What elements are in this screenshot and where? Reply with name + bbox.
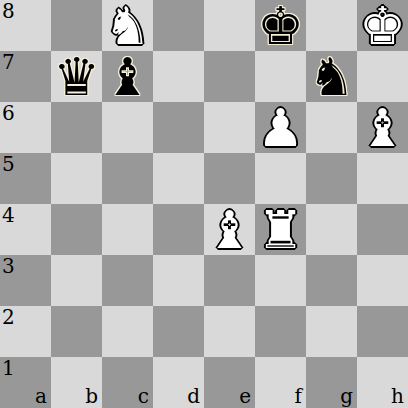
square-e2[interactable] bbox=[204, 306, 255, 357]
square-b5[interactable] bbox=[51, 153, 102, 204]
white-king-piece[interactable]: ♚ bbox=[357, 1, 408, 52]
square-h5[interactable] bbox=[357, 153, 408, 204]
square-b4[interactable] bbox=[51, 204, 102, 255]
square-c4[interactable] bbox=[102, 204, 153, 255]
black-knight-piece[interactable]: ♞ bbox=[306, 52, 357, 103]
chess-board: 8♞♚♚7♛♝♞6♟♝54♝♜321abcdefgh bbox=[0, 0, 408, 408]
square-b8[interactable] bbox=[51, 0, 102, 51]
square-a8[interactable]: 8 bbox=[0, 0, 51, 51]
square-b7[interactable]: ♛ bbox=[51, 51, 102, 102]
square-b6[interactable] bbox=[51, 102, 102, 153]
white-bishop-piece[interactable]: ♝ bbox=[204, 205, 255, 256]
square-e7[interactable] bbox=[204, 51, 255, 102]
square-d7[interactable] bbox=[153, 51, 204, 102]
square-c7[interactable]: ♝ bbox=[102, 51, 153, 102]
square-d4[interactable] bbox=[153, 204, 204, 255]
square-g6[interactable] bbox=[306, 102, 357, 153]
square-d1[interactable]: d bbox=[153, 357, 204, 408]
file-label-e: e bbox=[239, 386, 251, 406]
square-c3[interactable] bbox=[102, 255, 153, 306]
square-e8[interactable] bbox=[204, 0, 255, 51]
square-g2[interactable] bbox=[306, 306, 357, 357]
square-a6[interactable]: 6 bbox=[0, 102, 51, 153]
square-a1[interactable]: 1a bbox=[0, 357, 51, 408]
square-f3[interactable] bbox=[255, 255, 306, 306]
square-d6[interactable] bbox=[153, 102, 204, 153]
square-e3[interactable] bbox=[204, 255, 255, 306]
square-a4[interactable]: 4 bbox=[0, 204, 51, 255]
square-h6[interactable]: ♝ bbox=[357, 102, 408, 153]
square-c8[interactable]: ♞ bbox=[102, 0, 153, 51]
rank-label-4: 4 bbox=[2, 205, 15, 225]
file-label-g: g bbox=[340, 386, 353, 406]
square-d5[interactable] bbox=[153, 153, 204, 204]
square-h8[interactable]: ♚ bbox=[357, 0, 408, 51]
square-c5[interactable] bbox=[102, 153, 153, 204]
square-e4[interactable]: ♝ bbox=[204, 204, 255, 255]
rank-label-3: 3 bbox=[2, 256, 15, 276]
file-label-d: d bbox=[187, 386, 200, 406]
square-f8[interactable]: ♚ bbox=[255, 0, 306, 51]
square-h1[interactable]: h bbox=[357, 357, 408, 408]
square-f7[interactable] bbox=[255, 51, 306, 102]
rank-label-1: 1 bbox=[2, 358, 15, 378]
square-c2[interactable] bbox=[102, 306, 153, 357]
square-b1[interactable]: b bbox=[51, 357, 102, 408]
square-a2[interactable]: 2 bbox=[0, 306, 51, 357]
square-b3[interactable] bbox=[51, 255, 102, 306]
file-label-c: c bbox=[138, 386, 149, 406]
square-g1[interactable]: g bbox=[306, 357, 357, 408]
rank-label-6: 6 bbox=[2, 103, 15, 123]
square-f1[interactable]: f bbox=[255, 357, 306, 408]
file-label-b: b bbox=[85, 386, 98, 406]
square-a7[interactable]: 7 bbox=[0, 51, 51, 102]
square-a5[interactable]: 5 bbox=[0, 153, 51, 204]
square-g7[interactable]: ♞ bbox=[306, 51, 357, 102]
black-queen-piece[interactable]: ♛ bbox=[51, 52, 102, 103]
square-d2[interactable] bbox=[153, 306, 204, 357]
square-h2[interactable] bbox=[357, 306, 408, 357]
square-f4[interactable]: ♜ bbox=[255, 204, 306, 255]
square-c1[interactable]: c bbox=[102, 357, 153, 408]
white-bishop-piece[interactable]: ♝ bbox=[357, 103, 408, 154]
rank-label-8: 8 bbox=[2, 1, 15, 21]
square-a3[interactable]: 3 bbox=[0, 255, 51, 306]
file-label-h: h bbox=[391, 386, 404, 406]
square-g5[interactable] bbox=[306, 153, 357, 204]
square-e1[interactable]: e bbox=[204, 357, 255, 408]
square-g3[interactable] bbox=[306, 255, 357, 306]
white-rook-piece[interactable]: ♜ bbox=[255, 205, 306, 256]
white-pawn-piece[interactable]: ♟ bbox=[255, 103, 306, 154]
black-bishop-piece[interactable]: ♝ bbox=[102, 52, 153, 103]
square-d3[interactable] bbox=[153, 255, 204, 306]
square-f5[interactable] bbox=[255, 153, 306, 204]
square-e6[interactable] bbox=[204, 102, 255, 153]
file-label-a: a bbox=[35, 386, 47, 406]
rank-label-5: 5 bbox=[2, 154, 15, 174]
file-label-f: f bbox=[295, 386, 302, 406]
white-knight-piece[interactable]: ♞ bbox=[102, 1, 153, 52]
square-d8[interactable] bbox=[153, 0, 204, 51]
square-f6[interactable]: ♟ bbox=[255, 102, 306, 153]
square-h7[interactable] bbox=[357, 51, 408, 102]
square-g4[interactable] bbox=[306, 204, 357, 255]
square-c6[interactable] bbox=[102, 102, 153, 153]
square-g8[interactable] bbox=[306, 0, 357, 51]
black-king-piece[interactable]: ♚ bbox=[255, 1, 306, 52]
square-h4[interactable] bbox=[357, 204, 408, 255]
square-b2[interactable] bbox=[51, 306, 102, 357]
square-h3[interactable] bbox=[357, 255, 408, 306]
rank-label-2: 2 bbox=[2, 307, 15, 327]
square-e5[interactable] bbox=[204, 153, 255, 204]
square-f2[interactable] bbox=[255, 306, 306, 357]
rank-label-7: 7 bbox=[2, 52, 15, 72]
